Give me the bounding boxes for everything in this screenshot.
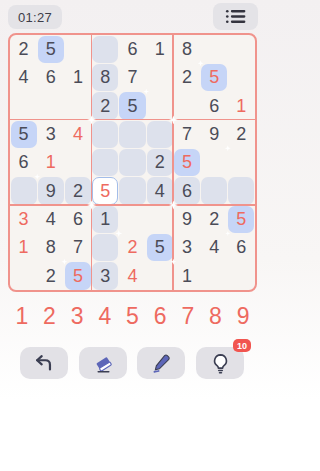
cell-r2c1[interactable]: 4 — [11, 64, 37, 91]
cell-r7c1[interactable]: 3 — [11, 206, 37, 233]
cell-r9c8[interactable] — [201, 262, 227, 289]
cell-r3c4[interactable]: 2 — [92, 92, 118, 119]
cell-r3c2[interactable] — [38, 92, 64, 119]
cell-r1c3[interactable] — [65, 36, 91, 63]
timer-label: 01:27 — [18, 10, 52, 25]
cell-r9c1[interactable] — [11, 262, 37, 289]
cell-r7c7[interactable]: 9 — [174, 206, 200, 233]
cell-r4c3[interactable]: 4 — [65, 121, 91, 148]
numpad-2[interactable]: 2 — [36, 300, 64, 332]
cell-r8c2[interactable]: 8 — [38, 234, 64, 261]
cell-r3c8[interactable]: 6 — [201, 92, 227, 119]
cell-r2c5[interactable]: 7 — [119, 64, 145, 91]
cell-r8c9[interactable]: 6 — [228, 234, 254, 261]
cell-r1c8[interactable] — [201, 36, 227, 63]
cell-r2c7[interactable]: 2 — [174, 64, 200, 91]
numpad-4[interactable]: 4 — [91, 300, 119, 332]
cell-r3c7[interactable] — [174, 92, 200, 119]
undo-button[interactable] — [20, 347, 68, 379]
cell-r5c4[interactable] — [92, 149, 118, 176]
cell-r7c3[interactable]: 6 — [65, 206, 91, 233]
cell-r1c7[interactable]: 8 — [174, 36, 200, 63]
cell-r6c8[interactable] — [201, 177, 227, 204]
cell-r6c9[interactable] — [228, 177, 254, 204]
cell-r9c2[interactable]: 2 — [38, 262, 64, 289]
cell-r1c1[interactable]: 2 — [11, 36, 37, 63]
top-bar: 01:27 — [0, 0, 265, 33]
lightbulb-icon — [209, 352, 232, 375]
cell-r5c8[interactable] — [201, 149, 227, 176]
cell-r9c5[interactable]: 4 — [119, 262, 145, 289]
cell-r5c2[interactable]: 1 — [38, 149, 64, 176]
cell-r9c9[interactable] — [228, 262, 254, 289]
sudoku-board-frame: 2561846187252561534792612592546346192518… — [8, 33, 257, 292]
cell-r7c6[interactable] — [147, 206, 173, 233]
cell-r4c5[interactable] — [119, 121, 145, 148]
cell-r7c9[interactable]: 5 — [228, 206, 254, 233]
cell-r5c7[interactable]: 5 — [174, 149, 200, 176]
cell-r6c5[interactable] — [119, 177, 145, 204]
cell-r3c6[interactable] — [147, 92, 173, 119]
hint-badge: 10 — [233, 339, 251, 352]
cell-r9c6[interactable] — [147, 262, 173, 289]
cell-r9c4[interactable]: 3 — [92, 262, 118, 289]
cell-r7c2[interactable]: 4 — [38, 206, 64, 233]
cell-r2c8[interactable]: 5 — [201, 64, 227, 91]
cell-r1c2[interactable]: 5 — [38, 36, 64, 63]
cell-r6c6[interactable]: 4 — [147, 177, 173, 204]
numpad-1[interactable]: 1 — [8, 300, 36, 332]
cell-r5c9[interactable] — [228, 149, 254, 176]
cell-r4c9[interactable]: 2 — [228, 121, 254, 148]
cell-r8c1[interactable]: 1 — [11, 234, 37, 261]
eraser-icon — [92, 352, 115, 375]
cell-r3c9[interactable]: 1 — [228, 92, 254, 119]
cell-r8c6[interactable]: 5 — [147, 234, 173, 261]
cell-r5c5[interactable] — [119, 149, 145, 176]
cell-r4c6[interactable] — [147, 121, 173, 148]
pen-icon — [150, 352, 173, 375]
cell-r1c5[interactable]: 6 — [119, 36, 145, 63]
cell-r3c5[interactable]: 5 — [119, 92, 145, 119]
cell-r6c4[interactable]: 5 — [92, 177, 118, 204]
cell-r3c1[interactable] — [11, 92, 37, 119]
numpad-6[interactable]: 6 — [146, 300, 174, 332]
cell-r9c7[interactable]: 1 — [174, 262, 200, 289]
menu-button[interactable] — [213, 3, 258, 30]
cell-r8c5[interactable]: 2 — [119, 234, 145, 261]
cell-r8c4[interactable] — [92, 234, 118, 261]
numpad-3[interactable]: 3 — [63, 300, 91, 332]
cell-r4c8[interactable]: 9 — [201, 121, 227, 148]
cell-r2c4[interactable]: 8 — [92, 64, 118, 91]
cell-r3c3[interactable] — [65, 92, 91, 119]
cell-r2c9[interactable] — [228, 64, 254, 91]
pen-button[interactable] — [137, 347, 185, 379]
list-icon — [225, 8, 246, 25]
cell-r4c4[interactable] — [92, 121, 118, 148]
cell-r4c2[interactable]: 3 — [38, 121, 64, 148]
cell-r1c9[interactable] — [228, 36, 254, 63]
numpad-7[interactable]: 7 — [174, 300, 202, 332]
cell-r6c7[interactable]: 6 — [174, 177, 200, 204]
cell-r7c5[interactable] — [119, 206, 145, 233]
cell-r2c3[interactable]: 1 — [65, 64, 91, 91]
eraser-button[interactable] — [79, 347, 127, 379]
cell-r4c7[interactable]: 7 — [174, 121, 200, 148]
cell-r1c4[interactable] — [92, 36, 118, 63]
cell-r8c8[interactable]: 4 — [201, 234, 227, 261]
cell-r7c8[interactable]: 2 — [201, 206, 227, 233]
numpad-9[interactable]: 9 — [229, 300, 257, 332]
timer: 01:27 — [8, 5, 62, 29]
cell-r6c3[interactable]: 2 — [65, 177, 91, 204]
cell-r2c6[interactable] — [147, 64, 173, 91]
cell-r5c6[interactable]: 2 — [147, 149, 173, 176]
cell-r4c1[interactable]: 5 — [11, 121, 37, 148]
cell-r5c1[interactable]: 6 — [11, 149, 37, 176]
cell-r8c3[interactable]: 7 — [65, 234, 91, 261]
cell-r9c3[interactable]: 5 — [65, 262, 91, 289]
hint-button[interactable]: 10 — [196, 347, 244, 379]
cell-r1c6[interactable]: 1 — [147, 36, 173, 63]
cell-r8c7[interactable]: 3 — [174, 234, 200, 261]
cell-r6c2[interactable]: 9 — [38, 177, 64, 204]
numpad-5[interactable]: 5 — [119, 300, 147, 332]
cell-r5c3[interactable] — [65, 149, 91, 176]
sudoku-board: 2561846187252561534792612592546346192518… — [10, 35, 255, 290]
cell-r2c2[interactable]: 6 — [38, 64, 64, 91]
cell-r7c4[interactable]: 1 — [92, 206, 118, 233]
cell-r6c1[interactable] — [11, 177, 37, 204]
numpad-8[interactable]: 8 — [202, 300, 230, 332]
toolbar: 10 — [0, 347, 265, 379]
number-pad: 123456789 — [8, 300, 257, 332]
undo-icon — [33, 352, 55, 374]
